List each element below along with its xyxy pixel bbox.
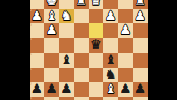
square-h3[interactable]: 3	[30, 23, 45, 38]
square-a4[interactable]	[133, 38, 148, 53]
square-c7[interactable]: ♝	[103, 82, 118, 97]
square-d4[interactable]: ♛	[89, 38, 104, 53]
square-f7[interactable]: ♟	[59, 82, 74, 97]
square-e7[interactable]	[74, 82, 89, 97]
white-pawn[interactable]: ♟	[133, 9, 148, 24]
square-e6[interactable]	[74, 68, 89, 83]
black-pawn[interactable]: ♟	[118, 82, 133, 97]
square-g7[interactable]: ♟	[44, 82, 59, 97]
square-f3[interactable]	[59, 23, 74, 38]
square-f5[interactable]: ♝	[59, 53, 74, 68]
black-queen[interactable]: ♛	[89, 38, 104, 53]
screenshot-root: 1♚♜♛♜2♟♝♞♟♟3♟♟4♛5♝♝6♞7♟♟♟♝♟♟8	[0, 0, 177, 100]
square-b2[interactable]	[118, 9, 133, 24]
square-b1[interactable]	[118, 0, 133, 9]
white-bishop[interactable]: ♝	[44, 9, 59, 24]
square-c6[interactable]: ♞	[103, 68, 118, 83]
square-d8[interactable]	[89, 97, 104, 100]
square-b6[interactable]	[118, 68, 133, 83]
square-e5[interactable]	[74, 53, 89, 68]
square-a7[interactable]: ♟	[133, 82, 148, 97]
black-pawn[interactable]: ♟	[133, 82, 148, 97]
black-pawn[interactable]: ♟	[30, 82, 45, 97]
black-bishop[interactable]: ♝	[59, 53, 74, 68]
square-c3[interactable]	[103, 23, 118, 38]
square-g2[interactable]: ♝	[44, 9, 59, 24]
square-e2[interactable]	[74, 9, 89, 24]
white-pawn[interactable]: ♟	[103, 9, 118, 24]
white-rook[interactable]: ♜	[74, 0, 89, 9]
white-bishop[interactable]: ♝	[103, 82, 118, 97]
rank-label: 5	[30, 53, 32, 56]
square-d7[interactable]	[89, 82, 104, 97]
square-f6[interactable]	[59, 68, 74, 83]
square-a3[interactable]	[133, 23, 148, 38]
white-knight[interactable]: ♞	[59, 9, 74, 24]
square-e4[interactable]	[74, 38, 89, 53]
square-g8[interactable]	[44, 97, 59, 100]
square-c4[interactable]	[103, 38, 118, 53]
square-h5[interactable]: 5	[30, 53, 45, 68]
square-b5[interactable]	[118, 53, 133, 68]
square-a6[interactable]	[133, 68, 148, 83]
square-h7[interactable]: 7♟	[30, 82, 45, 97]
square-e3[interactable]	[74, 23, 89, 38]
square-d1[interactable]: ♛	[89, 0, 104, 9]
black-bishop[interactable]: ♝	[103, 53, 118, 68]
white-pawn[interactable]: ♟	[44, 23, 59, 38]
square-a8[interactable]	[133, 97, 148, 100]
white-queen[interactable]: ♛	[89, 0, 104, 9]
square-c2[interactable]: ♟	[103, 9, 118, 24]
square-g3[interactable]: ♟	[44, 23, 59, 38]
rank-label: 3	[30, 24, 32, 27]
chess-board: 1♚♜♛♜2♟♝♞♟♟3♟♟4♛5♝♝6♞7♟♟♟♝♟♟8	[30, 0, 148, 100]
white-pawn[interactable]: ♟	[118, 23, 133, 38]
rank-label: 8	[30, 97, 32, 100]
square-f4[interactable]	[59, 38, 74, 53]
black-knight[interactable]: ♞	[103, 68, 118, 83]
square-h8[interactable]: 8	[30, 97, 45, 100]
square-g6[interactable]	[44, 68, 59, 83]
square-h6[interactable]: 6	[30, 68, 45, 83]
square-d6[interactable]	[89, 68, 104, 83]
square-b8[interactable]	[118, 97, 133, 100]
square-d3[interactable]	[89, 23, 104, 38]
square-b3[interactable]: ♟	[118, 23, 133, 38]
rank-label: 6	[30, 68, 32, 71]
square-h4[interactable]: 4	[30, 38, 45, 53]
square-d2[interactable]	[89, 9, 104, 24]
square-d5[interactable]	[89, 53, 104, 68]
square-h2[interactable]: 2♟	[30, 9, 45, 24]
square-c8[interactable]	[103, 97, 118, 100]
square-f2[interactable]: ♞	[59, 9, 74, 24]
square-e1[interactable]: ♜	[74, 0, 89, 9]
square-c5[interactable]: ♝	[103, 53, 118, 68]
square-f8[interactable]	[59, 97, 74, 100]
square-e8[interactable]	[74, 97, 89, 100]
square-a5[interactable]	[133, 53, 148, 68]
square-b4[interactable]	[118, 38, 133, 53]
square-a2[interactable]: ♟	[133, 9, 148, 24]
square-b7[interactable]: ♟	[118, 82, 133, 97]
square-g4[interactable]	[44, 38, 59, 53]
square-g5[interactable]	[44, 53, 59, 68]
black-pawn[interactable]: ♟	[44, 82, 59, 97]
black-pawn[interactable]: ♟	[59, 82, 74, 97]
rank-label: 4	[30, 38, 32, 41]
white-pawn[interactable]: ♟	[30, 9, 45, 24]
